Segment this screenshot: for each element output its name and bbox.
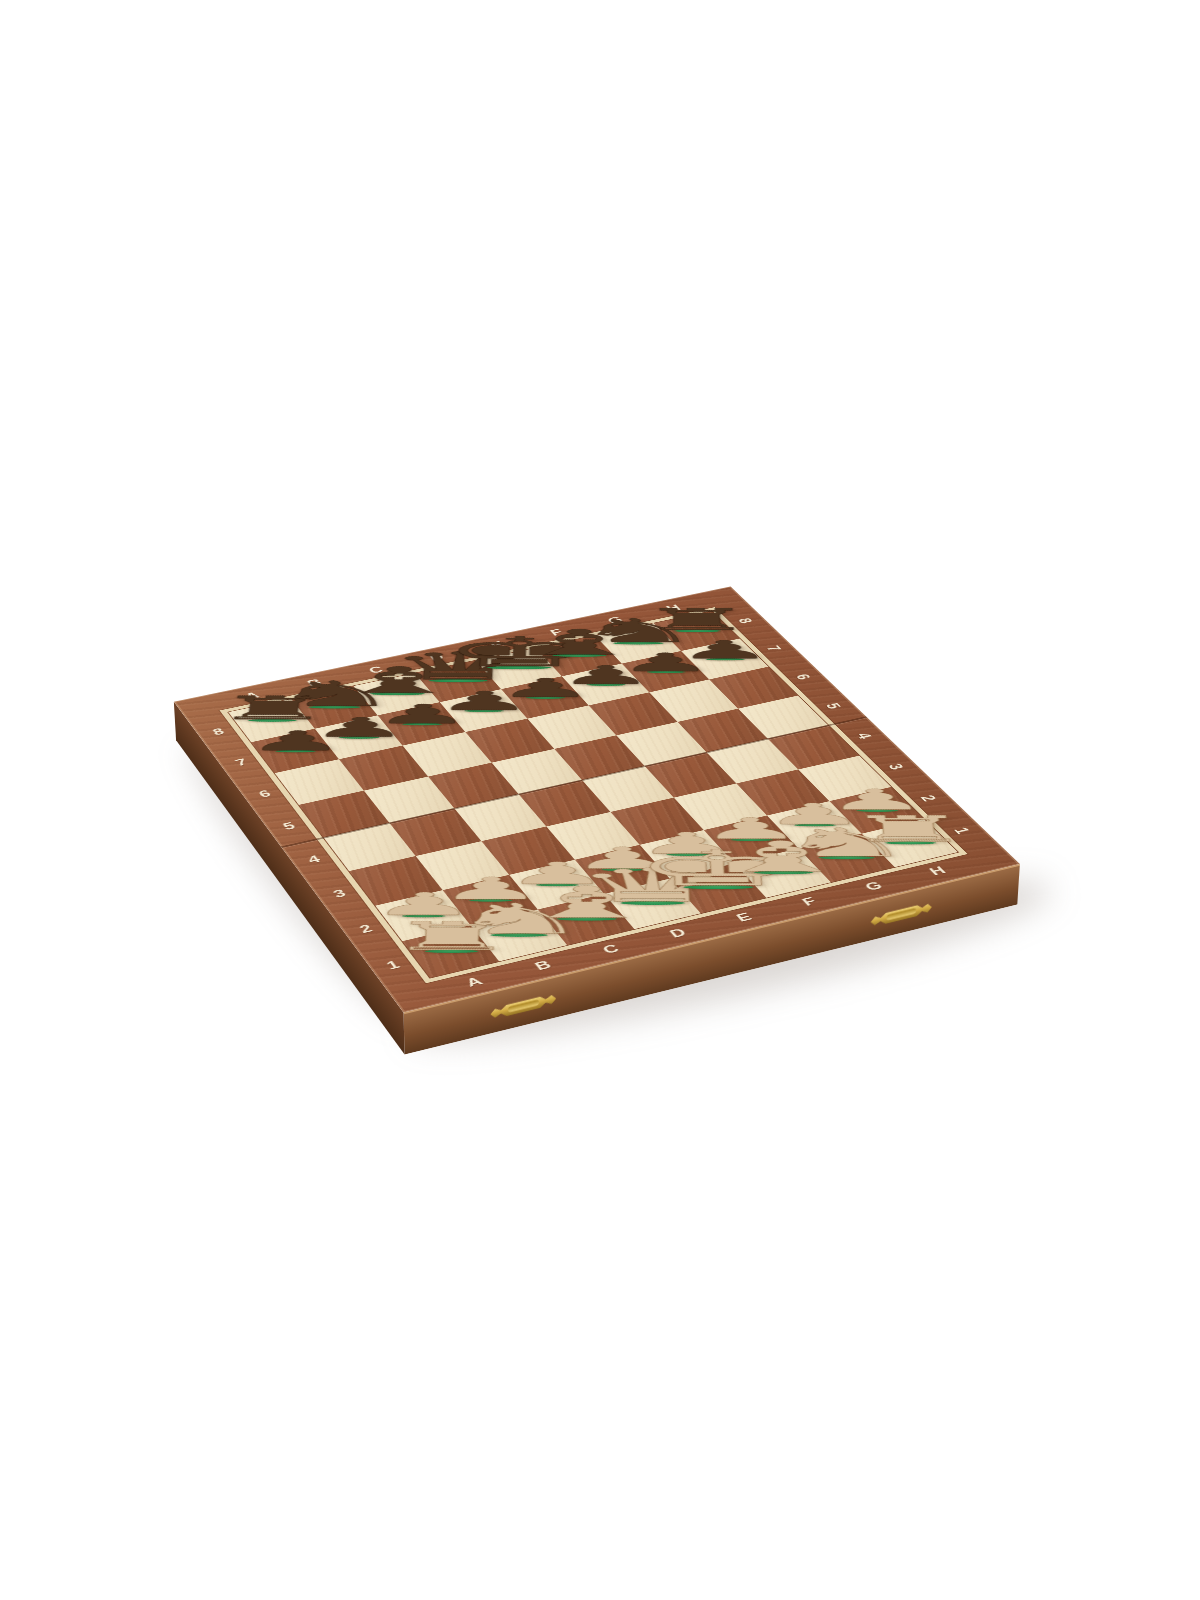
rank-label-left-5: 5 [280, 820, 298, 833]
brass-latch-1 [490, 992, 556, 1022]
rank-label-left-7: 7 [232, 756, 250, 768]
square-f1[interactable] [735, 848, 831, 897]
dark-pawn: ♟ [245, 729, 347, 753]
square-b5[interactable] [364, 777, 455, 823]
square-a2[interactable] [375, 890, 470, 941]
square-a5[interactable] [299, 791, 390, 838]
brass-latch-2 [870, 900, 932, 928]
square-d3[interactable] [546, 812, 639, 860]
file-label-near-c: C [599, 942, 623, 957]
rank-label-right-4: 4 [852, 731, 876, 740]
square-c4[interactable] [454, 794, 546, 841]
dark-pawn-glyph: ♟ [245, 729, 347, 753]
square-a3[interactable] [349, 856, 443, 906]
rank-label-left-6: 6 [256, 787, 274, 799]
rank-label-left-3: 3 [330, 887, 349, 901]
rank-label-right-6: 6 [791, 672, 815, 681]
square-a4[interactable] [324, 823, 416, 871]
rank-label-right-5: 5 [821, 701, 845, 710]
square-d1[interactable] [604, 879, 701, 930]
rank-label-left-8: 8 [210, 726, 227, 738]
square-a1[interactable] [402, 925, 499, 978]
file-label-near-a: A [463, 974, 487, 989]
square-b3[interactable] [416, 841, 510, 890]
file-label-near-d: D [666, 926, 690, 941]
square-f3[interactable] [674, 783, 767, 830]
square-c3[interactable] [481, 826, 574, 874]
file-label-near-e: E [733, 910, 756, 924]
square-b2[interactable] [443, 875, 538, 925]
square-c1[interactable] [538, 894, 635, 945]
file-label-near-g: G [862, 879, 887, 893]
file-label-near-f: F [799, 895, 821, 909]
product-photo-canvas: AABBCCDDEEFFGGHH8877665544332211 ♜♞♝♛♚♝♞… [0, 0, 1200, 1600]
square-d2[interactable] [575, 845, 670, 894]
square-b1[interactable] [470, 909, 567, 961]
file-label-near-h: H [926, 864, 950, 878]
square-e3[interactable] [610, 798, 703, 845]
rank-label-left-4: 4 [305, 853, 324, 866]
square-c2[interactable] [509, 860, 604, 910]
file-label-near-b: B [531, 958, 555, 973]
rank-label-right-3: 3 [883, 762, 908, 771]
square-b4[interactable] [389, 808, 481, 856]
rank-label-right-1: 1 [949, 826, 974, 836]
rank-label-left-1: 1 [383, 958, 403, 972]
square-d4[interactable] [519, 780, 611, 826]
rank-label-left-2: 2 [356, 922, 376, 936]
square-e1[interactable] [670, 863, 766, 913]
